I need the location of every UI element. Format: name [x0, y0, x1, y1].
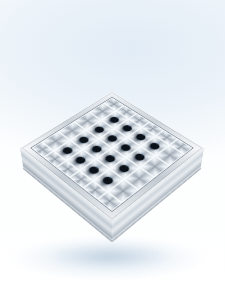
dimple-cell[interactable] [56, 161, 79, 178]
dimple-cell[interactable] [69, 171, 93, 189]
dimple-cell[interactable] [140, 156, 170, 178]
black-marble[interactable]: ● [128, 148, 153, 166]
dimple-cell[interactable] [97, 192, 122, 211]
dimple-cell[interactable] [155, 145, 184, 166]
black-marble[interactable]: ● [95, 171, 122, 191]
dimple-cell[interactable]: ● [110, 158, 140, 180]
photo-background: ●●●●●●●●●●●●●●●● [0, 0, 225, 300]
dimple-cell[interactable]: ● [79, 159, 109, 181]
black-marble[interactable]: ● [98, 149, 123, 167]
dimple-cell[interactable] [83, 181, 107, 199]
dimple-cell[interactable] [44, 151, 67, 167]
dimple-cell[interactable]: ● [93, 169, 124, 192]
dimple-cell[interactable] [124, 167, 155, 190]
black-marble[interactable]: ● [112, 159, 138, 178]
dimple-cell[interactable]: ● [126, 147, 155, 168]
dimple-cell[interactable] [107, 179, 138, 203]
black-marble[interactable]: ● [82, 161, 108, 180]
black-marble[interactable]: ● [68, 151, 94, 169]
dimple-cell[interactable]: ● [96, 148, 126, 169]
board-box: ●●●●●●●●●●●●●●●● [20, 91, 204, 221]
dimple-cell[interactable]: ● [66, 149, 96, 170]
board-rim: ●●●●●●●●●●●●●●●● [20, 91, 204, 221]
cast-shadow [20, 238, 200, 274]
